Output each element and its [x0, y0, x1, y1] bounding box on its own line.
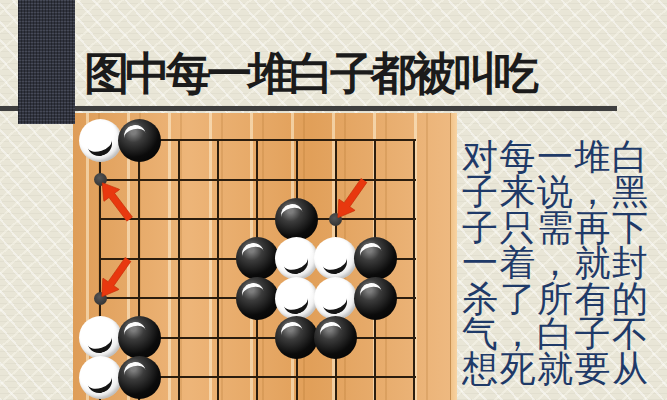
black-stone — [275, 316, 318, 359]
go-board — [73, 113, 457, 400]
white-stone — [314, 277, 357, 320]
body-line: 杀了所有的 — [462, 282, 664, 317]
black-stone — [354, 237, 397, 280]
black-stone — [236, 237, 279, 280]
white-stone — [314, 237, 357, 280]
black-stone — [118, 356, 161, 399]
grid-line-horizontal — [99, 179, 416, 181]
slide: 图中每一堆白子都被叫吃 对每一堆白 子来说，黑 子只需再下 一着，就封 杀了所有… — [0, 0, 667, 400]
black-stone — [354, 277, 397, 320]
black-stone — [275, 198, 318, 241]
body-line: 想死就要从 — [462, 352, 664, 387]
body-line: 对每一堆白 — [462, 140, 664, 175]
black-stone — [314, 316, 357, 359]
grid-line-horizontal — [99, 218, 416, 220]
white-stone — [79, 316, 122, 359]
body-line: 一着，就封 — [462, 246, 664, 281]
body-line: 子来说，黑 — [462, 175, 664, 210]
body-text: 对每一堆白 子来说，黑 子只需再下 一着，就封 杀了所有的 气，白子不 想死就要… — [462, 140, 664, 400]
black-stone — [118, 316, 161, 359]
title-rule — [0, 106, 617, 111]
white-stone — [79, 356, 122, 399]
black-stone — [118, 119, 161, 162]
page-title: 图中每一堆白子都被叫吃 — [84, 50, 535, 98]
accent-bar — [18, 0, 75, 124]
body-line: 气，白子不 — [462, 317, 664, 352]
white-stone — [79, 119, 122, 162]
body-line: 子只需再下 — [462, 211, 664, 246]
board-edge — [450, 113, 457, 400]
white-stone — [275, 237, 318, 280]
black-stone — [236, 277, 279, 320]
white-stone — [275, 277, 318, 320]
